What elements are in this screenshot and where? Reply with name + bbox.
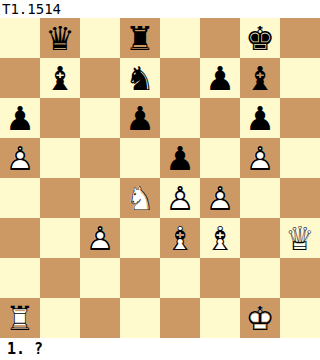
square-b1[interactable] — [40, 298, 80, 338]
square-e8[interactable] — [160, 18, 200, 58]
square-c6[interactable] — [80, 98, 120, 138]
piece-black-bishop: ♝ — [40, 58, 80, 98]
square-d2[interactable] — [120, 258, 160, 298]
square-h2[interactable] — [280, 258, 320, 298]
square-e3[interactable]: ♝♗ — [160, 218, 200, 258]
piece-white-rook: ♜ — [0, 298, 40, 338]
piece-white-queen: ♛ — [280, 218, 320, 258]
square-h7[interactable] — [280, 58, 320, 98]
square-h3[interactable]: ♛♕ — [280, 218, 320, 258]
piece-black-pawn: ♟ — [120, 98, 160, 138]
square-c1[interactable] — [80, 298, 120, 338]
square-g6[interactable]: ♟ — [240, 98, 280, 138]
square-f7[interactable]: ♟ — [200, 58, 240, 98]
piece-white-bishop-outline: ♗ — [200, 218, 240, 258]
piece-white-pawn: ♟ — [200, 178, 240, 218]
square-f1[interactable] — [200, 298, 240, 338]
square-f5[interactable] — [200, 138, 240, 178]
square-h8[interactable] — [280, 18, 320, 58]
square-a2[interactable] — [0, 258, 40, 298]
piece-black-knight: ♞ — [120, 58, 160, 98]
square-e5[interactable]: ♟ — [160, 138, 200, 178]
piece-white-pawn: ♟ — [0, 138, 40, 178]
square-g1[interactable]: ♚♔ — [240, 298, 280, 338]
square-d4[interactable]: ♞♘ — [120, 178, 160, 218]
piece-white-pawn-outline: ♙ — [200, 178, 240, 218]
square-a8[interactable] — [0, 18, 40, 58]
puzzle-id: T1.1514 — [0, 0, 320, 18]
piece-white-bishop-outline: ♗ — [160, 218, 200, 258]
square-d7[interactable]: ♞ — [120, 58, 160, 98]
square-b6[interactable] — [40, 98, 80, 138]
piece-white-bishop: ♝ — [160, 218, 200, 258]
square-c4[interactable] — [80, 178, 120, 218]
square-f6[interactable] — [200, 98, 240, 138]
chess-puzzle-window: T1.1514 ♛♜♚♝♞♟♝♟♟♟♟♙♟♟♙♞♘♟♙♟♙♟♙♝♗♝♗♛♕♜♖♚… — [0, 0, 320, 360]
square-c3[interactable]: ♟♙ — [80, 218, 120, 258]
piece-white-rook-outline: ♖ — [0, 298, 40, 338]
piece-white-knight-outline: ♘ — [120, 178, 160, 218]
square-h6[interactable] — [280, 98, 320, 138]
piece-black-queen: ♛ — [40, 18, 80, 58]
piece-white-pawn: ♟ — [80, 218, 120, 258]
piece-black-rook: ♜ — [120, 18, 160, 58]
piece-white-bishop: ♝ — [200, 218, 240, 258]
square-f3[interactable]: ♝♗ — [200, 218, 240, 258]
square-c7[interactable] — [80, 58, 120, 98]
square-g8[interactable]: ♚ — [240, 18, 280, 58]
piece-white-pawn-outline: ♙ — [0, 138, 40, 178]
square-g7[interactable]: ♝ — [240, 58, 280, 98]
piece-white-pawn: ♟ — [160, 178, 200, 218]
square-h1[interactable] — [280, 298, 320, 338]
square-g5[interactable]: ♟♙ — [240, 138, 280, 178]
square-d1[interactable] — [120, 298, 160, 338]
square-d3[interactable] — [120, 218, 160, 258]
square-c5[interactable] — [80, 138, 120, 178]
piece-black-pawn: ♟ — [200, 58, 240, 98]
square-e2[interactable] — [160, 258, 200, 298]
square-a5[interactable]: ♟♙ — [0, 138, 40, 178]
square-f4[interactable]: ♟♙ — [200, 178, 240, 218]
piece-white-king: ♚ — [240, 298, 280, 338]
square-b8[interactable]: ♛ — [40, 18, 80, 58]
square-e6[interactable] — [160, 98, 200, 138]
square-g3[interactable] — [240, 218, 280, 258]
piece-white-queen-outline: ♕ — [280, 218, 320, 258]
square-a6[interactable]: ♟ — [0, 98, 40, 138]
square-a3[interactable] — [0, 218, 40, 258]
square-g2[interactable] — [240, 258, 280, 298]
square-h5[interactable] — [280, 138, 320, 178]
square-c8[interactable] — [80, 18, 120, 58]
piece-black-pawn: ♟ — [0, 98, 40, 138]
square-d5[interactable] — [120, 138, 160, 178]
square-c2[interactable] — [80, 258, 120, 298]
piece-white-pawn-outline: ♙ — [80, 218, 120, 258]
move-prompt: 1. ? — [0, 338, 320, 360]
piece-black-king: ♚ — [240, 18, 280, 58]
square-b4[interactable] — [40, 178, 80, 218]
square-b3[interactable] — [40, 218, 80, 258]
square-e7[interactable] — [160, 58, 200, 98]
piece-black-bishop: ♝ — [240, 58, 280, 98]
square-b7[interactable]: ♝ — [40, 58, 80, 98]
square-h4[interactable] — [280, 178, 320, 218]
piece-black-pawn: ♟ — [240, 98, 280, 138]
piece-white-pawn-outline: ♙ — [160, 178, 200, 218]
square-f8[interactable] — [200, 18, 240, 58]
piece-black-pawn: ♟ — [160, 138, 200, 178]
square-b5[interactable] — [40, 138, 80, 178]
square-b2[interactable] — [40, 258, 80, 298]
chess-board: ♛♜♚♝♞♟♝♟♟♟♟♙♟♟♙♞♘♟♙♟♙♟♙♝♗♝♗♛♕♜♖♚♔ — [0, 18, 320, 338]
piece-white-king-outline: ♔ — [240, 298, 280, 338]
square-f2[interactable] — [200, 258, 240, 298]
square-a4[interactable] — [0, 178, 40, 218]
square-d6[interactable]: ♟ — [120, 98, 160, 138]
square-a7[interactable] — [0, 58, 40, 98]
piece-white-pawn-outline: ♙ — [240, 138, 280, 178]
piece-white-knight: ♞ — [120, 178, 160, 218]
square-g4[interactable] — [240, 178, 280, 218]
square-a1[interactable]: ♜♖ — [0, 298, 40, 338]
square-d8[interactable]: ♜ — [120, 18, 160, 58]
square-e4[interactable]: ♟♙ — [160, 178, 200, 218]
piece-white-pawn: ♟ — [240, 138, 280, 178]
square-e1[interactable] — [160, 298, 200, 338]
